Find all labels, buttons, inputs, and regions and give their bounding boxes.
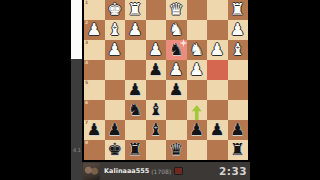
square-g3[interactable]: ♟	[105, 40, 126, 60]
rank-label-3: 3	[85, 40, 88, 45]
square-f4[interactable]	[125, 60, 146, 80]
square-e6[interactable]: ♝	[146, 100, 167, 120]
square-g5[interactable]	[105, 80, 126, 100]
square-a4[interactable]	[228, 60, 249, 80]
rank-label-8: 8	[85, 140, 88, 145]
square-d3[interactable]: ♞	[166, 40, 187, 60]
rank-label-1: 1	[85, 0, 88, 5]
piece-wN-d2[interactable]: ♞	[169, 20, 184, 40]
square-h5[interactable]: 5	[84, 80, 105, 100]
player-bar: Kalinaaa555 (1708) 2:33	[82, 162, 250, 180]
piece-bP-a7[interactable]: ♟	[230, 120, 245, 140]
piece-wP-d4[interactable]: ♟	[169, 60, 184, 80]
square-c1[interactable]	[187, 0, 208, 20]
square-f7[interactable]	[125, 120, 146, 140]
piece-bP-f5[interactable]: ♟	[128, 80, 143, 100]
square-d2[interactable]: ♞	[166, 20, 187, 40]
square-g1[interactable]: ♚	[105, 0, 126, 20]
square-a6[interactable]	[228, 100, 249, 120]
screenshot-root: { "game": "chess", "position": { "fen": …	[0, 0, 320, 180]
square-b5[interactable]	[207, 80, 228, 100]
piece-wB-a3[interactable]: ♝	[230, 40, 245, 60]
square-c6[interactable]	[187, 100, 208, 120]
piece-bB-e7[interactable]: ♝	[148, 120, 163, 140]
chess-board[interactable]: 1♚♜♛♜2♟♝♟♞♟3♟♟♞♞♟♝4♟♟♟5♟♟6♞♝7♟♟♝♟♟♟8♚♜♛♜	[84, 0, 248, 160]
square-d5[interactable]: ♟	[166, 80, 187, 100]
square-b2[interactable]	[207, 20, 228, 40]
square-d4[interactable]: ♟	[166, 60, 187, 80]
square-b8[interactable]	[207, 140, 228, 160]
piece-bK-g8[interactable]: ♚	[107, 140, 122, 160]
piece-bN-f6[interactable]: ♞	[128, 100, 143, 120]
square-e3[interactable]: ♟	[146, 40, 167, 60]
square-h6[interactable]: 6	[84, 100, 105, 120]
square-g4[interactable]	[105, 60, 126, 80]
piece-wP-h2[interactable]: ♟	[87, 20, 102, 40]
square-a8[interactable]: ♜	[228, 140, 249, 160]
piece-bB-e6[interactable]: ♝	[148, 100, 163, 120]
piece-wP-e3[interactable]: ♟	[148, 40, 163, 60]
square-d8[interactable]: ♛	[166, 140, 187, 160]
square-e8[interactable]	[146, 140, 167, 160]
square-h7[interactable]: 7♟	[84, 120, 105, 140]
square-a3[interactable]: ♝	[228, 40, 249, 60]
piece-bP-c7[interactable]: ♟	[189, 120, 204, 140]
piece-bR-a8[interactable]: ♜	[230, 140, 245, 160]
piece-wR-a1[interactable]: ♜	[230, 0, 245, 20]
square-c4[interactable]: ♟	[187, 60, 208, 80]
piece-bP-e4[interactable]: ♟	[148, 60, 163, 80]
square-a5[interactable]	[228, 80, 249, 100]
square-h3[interactable]: 3	[84, 40, 105, 60]
square-b1[interactable]	[207, 0, 228, 20]
square-d6[interactable]	[166, 100, 187, 120]
square-c3[interactable]: ♞	[187, 40, 208, 60]
square-e7[interactable]: ♝	[146, 120, 167, 140]
square-c7[interactable]: ♟	[187, 120, 208, 140]
square-f2[interactable]: ♟	[125, 20, 146, 40]
piece-bP-b7[interactable]: ♟	[210, 120, 225, 140]
square-f5[interactable]: ♟	[125, 80, 146, 100]
piece-wQ-d1[interactable]: ♛	[169, 0, 184, 20]
square-b3[interactable]: ♟	[207, 40, 228, 60]
square-b7[interactable]: ♟	[207, 120, 228, 140]
piece-wP-c4[interactable]: ♟	[189, 60, 204, 80]
piece-bQ-d8[interactable]: ♛	[169, 140, 184, 160]
square-h1[interactable]: 1	[84, 0, 105, 20]
square-d7[interactable]	[166, 120, 187, 140]
square-g8[interactable]: ♚	[105, 140, 126, 160]
square-h8[interactable]: 8	[84, 140, 105, 160]
rank-label-5: 5	[85, 80, 88, 85]
player-flag-icon	[174, 167, 183, 175]
piece-bR-f8[interactable]: ♜	[128, 140, 143, 160]
piece-wR-f1[interactable]: ♜	[128, 0, 143, 20]
piece-wP-a2[interactable]: ♟	[230, 20, 245, 40]
player-avatar[interactable]	[83, 163, 100, 180]
player-rating: (1708)	[151, 168, 171, 175]
piece-bP-g7[interactable]: ♟	[107, 120, 122, 140]
square-f6[interactable]: ♞	[125, 100, 146, 120]
square-c8[interactable]	[187, 140, 208, 160]
square-e2[interactable]	[146, 20, 167, 40]
square-f3[interactable]	[125, 40, 146, 60]
square-b4[interactable]	[207, 60, 228, 80]
square-f1[interactable]: ♜	[125, 0, 146, 20]
square-g7[interactable]: ♟	[105, 120, 126, 140]
square-e5[interactable]	[146, 80, 167, 100]
piece-wK-g1[interactable]: ♚	[107, 0, 122, 20]
square-c2[interactable]	[187, 20, 208, 40]
square-d1[interactable]: ♛	[166, 0, 187, 20]
square-a2[interactable]: ♟	[228, 20, 249, 40]
hint-arrow-icon	[192, 105, 202, 120]
piece-wP-b3[interactable]: ♟	[210, 40, 225, 60]
piece-bP-d5[interactable]: ♟	[169, 80, 184, 100]
square-a7[interactable]: ♟	[228, 120, 249, 140]
side-panel-small-text: 4.1	[70, 147, 84, 153]
piece-wN-c3[interactable]: ♞	[189, 40, 204, 60]
square-c5[interactable]	[187, 80, 208, 100]
piece-wP-g3[interactable]: ♟	[107, 40, 122, 60]
square-e1[interactable]	[146, 0, 167, 20]
square-g6[interactable]	[105, 100, 126, 120]
rank-label-4: 4	[85, 60, 88, 65]
square-b6[interactable]	[207, 100, 228, 120]
square-h4[interactable]: 4	[84, 60, 105, 80]
rank-label-6: 6	[85, 100, 88, 105]
player-username: Kalinaaa555	[104, 167, 149, 175]
square-e4[interactable]: ♟	[146, 60, 167, 80]
adjacent-panel-white-area	[71, 0, 82, 59]
adjacent-panel-strip	[71, 0, 82, 180]
piece-wP-f2[interactable]: ♟	[128, 20, 143, 40]
square-g2[interactable]: ♝	[105, 20, 126, 40]
square-a1[interactable]: ♜	[228, 0, 249, 20]
square-h2[interactable]: 2♟	[84, 20, 105, 40]
square-f8[interactable]: ♜	[125, 140, 146, 160]
piece-bP-h7[interactable]: ♟	[87, 120, 102, 140]
piece-wB-g2[interactable]: ♝	[107, 20, 122, 40]
player-clock: 2:33	[219, 165, 247, 177]
